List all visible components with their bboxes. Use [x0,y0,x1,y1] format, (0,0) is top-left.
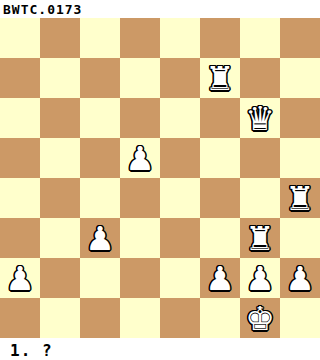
square-g2[interactable]: ♟ [240,258,280,298]
white-king[interactable]: ♚ [240,298,280,338]
square-e4[interactable] [160,178,200,218]
square-h1[interactable] [280,298,320,338]
square-b3[interactable] [40,218,80,258]
square-e8[interactable] [160,18,200,58]
square-h3[interactable] [280,218,320,258]
square-c5[interactable] [80,138,120,178]
square-a2[interactable]: ♟ [0,258,40,298]
puzzle-id: BWTC.0173 [0,0,320,18]
square-f7[interactable]: ♜ [200,58,240,98]
chess-board: ♜♛♟♜♟♜♟♟♟♟♚ [0,18,320,338]
square-e2[interactable] [160,258,200,298]
square-g5[interactable] [240,138,280,178]
square-f4[interactable] [200,178,240,218]
square-b1[interactable] [40,298,80,338]
square-e3[interactable] [160,218,200,258]
square-d5[interactable]: ♟ [120,138,160,178]
square-d8[interactable] [120,18,160,58]
square-g8[interactable] [240,18,280,58]
white-pawn[interactable]: ♟ [0,258,40,298]
black-undefined[interactable] [160,58,200,98]
black-undefined[interactable] [240,18,280,58]
square-g3[interactable]: ♜ [240,218,280,258]
black-undefined[interactable] [240,58,280,98]
square-f8[interactable] [200,18,240,58]
square-c7[interactable] [80,58,120,98]
white-pawn[interactable]: ♟ [240,258,280,298]
square-h8[interactable] [280,18,320,58]
square-c2[interactable] [80,258,120,298]
square-c4[interactable] [80,178,120,218]
square-d6[interactable] [120,98,160,138]
square-f2[interactable]: ♟ [200,258,240,298]
square-h6[interactable] [280,98,320,138]
white-rook[interactable]: ♜ [200,58,240,98]
square-a3[interactable] [0,218,40,258]
square-d1[interactable] [120,298,160,338]
square-e7[interactable] [160,58,200,98]
square-c3[interactable]: ♟ [80,218,120,258]
square-b2[interactable] [40,258,80,298]
white-rook[interactable]: ♜ [240,218,280,258]
square-f3[interactable] [200,218,240,258]
square-b8[interactable] [40,18,80,58]
square-a1[interactable] [0,298,40,338]
white-queen[interactable]: ♛ [240,98,280,138]
white-pawn[interactable]: ♟ [200,258,240,298]
square-d2[interactable] [120,258,160,298]
move-prompt: 1. ? [0,338,320,360]
black-undefined[interactable] [200,98,240,138]
square-g1[interactable]: ♚ [240,298,280,338]
square-f6[interactable] [200,98,240,138]
square-f5[interactable] [200,138,240,178]
square-d3[interactable] [120,218,160,258]
square-g7[interactable] [240,58,280,98]
square-b5[interactable] [40,138,80,178]
square-a8[interactable] [0,18,40,58]
white-pawn[interactable]: ♟ [80,218,120,258]
square-g4[interactable] [240,178,280,218]
square-b7[interactable] [40,58,80,98]
square-b4[interactable] [40,178,80,218]
black-undefined[interactable] [120,98,160,138]
black-undefined[interactable] [200,138,240,178]
black-undefined[interactable] [0,18,40,58]
white-rook[interactable]: ♜ [280,178,320,218]
square-d7[interactable] [120,58,160,98]
square-d4[interactable] [120,178,160,218]
square-b6[interactable] [40,98,80,138]
square-e1[interactable] [160,298,200,338]
square-g6[interactable]: ♛ [240,98,280,138]
square-a5[interactable] [0,138,40,178]
black-undefined[interactable] [160,138,200,178]
square-h5[interactable] [280,138,320,178]
square-e5[interactable] [160,138,200,178]
white-pawn[interactable]: ♟ [280,258,320,298]
square-c1[interactable] [80,298,120,338]
square-h7[interactable] [280,58,320,98]
square-a6[interactable] [0,98,40,138]
square-h4[interactable]: ♜ [280,178,320,218]
square-a4[interactable] [0,178,40,218]
square-f1[interactable] [200,298,240,338]
black-undefined[interactable] [0,58,40,98]
white-pawn[interactable]: ♟ [120,138,160,178]
square-e6[interactable] [160,98,200,138]
square-c6[interactable] [80,98,120,138]
square-a7[interactable] [0,58,40,98]
black-undefined[interactable] [40,58,80,98]
square-c8[interactable] [80,18,120,58]
square-h2[interactable]: ♟ [280,258,320,298]
